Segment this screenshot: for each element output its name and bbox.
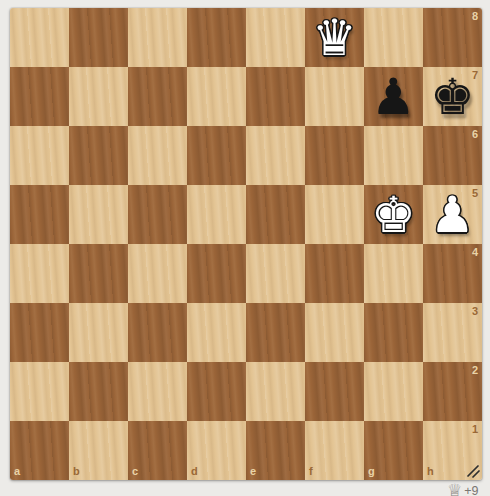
- square-f7[interactable]: [305, 67, 364, 126]
- square-e2[interactable]: [246, 362, 305, 421]
- square-b7[interactable]: [69, 67, 128, 126]
- page-background: ♛8♟7♚6♚5♟432abcdefgh1 ♕ +9: [0, 0, 490, 496]
- black-pawn[interactable]: ♟: [364, 67, 423, 126]
- square-d2[interactable]: [187, 362, 246, 421]
- file-label-h: h: [427, 466, 434, 477]
- square-a3[interactable]: [10, 303, 69, 362]
- file-label-g: g: [368, 466, 375, 477]
- square-b1[interactable]: b: [69, 421, 128, 480]
- rank-label-8: 8: [472, 11, 478, 22]
- square-e7[interactable]: [246, 67, 305, 126]
- chess-board: ♛8♟7♚6♚5♟432abcdefgh1: [10, 8, 482, 480]
- square-f6[interactable]: [305, 126, 364, 185]
- square-c5[interactable]: [128, 185, 187, 244]
- square-g4[interactable]: [364, 244, 423, 303]
- square-g8[interactable]: [364, 8, 423, 67]
- square-h6[interactable]: 6: [423, 126, 482, 185]
- square-d8[interactable]: [187, 8, 246, 67]
- file-label-a: a: [14, 466, 20, 477]
- square-d1[interactable]: d: [187, 421, 246, 480]
- square-b6[interactable]: [69, 126, 128, 185]
- square-h2[interactable]: 2: [423, 362, 482, 421]
- material-advantage-value: +9: [464, 481, 478, 496]
- square-b3[interactable]: [69, 303, 128, 362]
- square-e3[interactable]: [246, 303, 305, 362]
- file-label-c: c: [132, 466, 138, 477]
- square-f5[interactable]: [305, 185, 364, 244]
- rank-label-2: 2: [472, 365, 478, 376]
- square-a8[interactable]: [10, 8, 69, 67]
- square-a2[interactable]: [10, 362, 69, 421]
- square-c8[interactable]: [128, 8, 187, 67]
- file-label-f: f: [309, 466, 313, 477]
- square-a7[interactable]: [10, 67, 69, 126]
- rank-label-4: 4: [472, 247, 478, 258]
- white-queen[interactable]: ♛: [305, 8, 364, 67]
- square-f1[interactable]: f: [305, 421, 364, 480]
- file-label-d: d: [191, 466, 198, 477]
- square-c3[interactable]: [128, 303, 187, 362]
- square-a1[interactable]: a: [10, 421, 69, 480]
- rank-label-1: 1: [472, 424, 478, 435]
- square-b2[interactable]: [69, 362, 128, 421]
- square-a4[interactable]: [10, 244, 69, 303]
- square-g1[interactable]: g: [364, 421, 423, 480]
- file-label-e: e: [250, 466, 256, 477]
- square-f4[interactable]: [305, 244, 364, 303]
- file-label-b: b: [73, 466, 80, 477]
- square-g3[interactable]: [364, 303, 423, 362]
- square-e5[interactable]: [246, 185, 305, 244]
- square-d7[interactable]: [187, 67, 246, 126]
- black-king[interactable]: ♚: [423, 67, 482, 126]
- square-e4[interactable]: [246, 244, 305, 303]
- square-h8[interactable]: 8: [423, 8, 482, 67]
- square-h3[interactable]: 3: [423, 303, 482, 362]
- material-advantage: ♕ +9: [447, 481, 479, 496]
- square-c1[interactable]: c: [128, 421, 187, 480]
- square-h5[interactable]: 5♟: [423, 185, 482, 244]
- square-d3[interactable]: [187, 303, 246, 362]
- square-g5[interactable]: ♚: [364, 185, 423, 244]
- square-b8[interactable]: [69, 8, 128, 67]
- square-b5[interactable]: [69, 185, 128, 244]
- square-c2[interactable]: [128, 362, 187, 421]
- square-g2[interactable]: [364, 362, 423, 421]
- rank-label-6: 6: [472, 129, 478, 140]
- rank-label-3: 3: [472, 306, 478, 317]
- square-d5[interactable]: [187, 185, 246, 244]
- square-g7[interactable]: ♟: [364, 67, 423, 126]
- square-c4[interactable]: [128, 244, 187, 303]
- square-d4[interactable]: [187, 244, 246, 303]
- square-f3[interactable]: [305, 303, 364, 362]
- square-b4[interactable]: [69, 244, 128, 303]
- resize-handle-icon[interactable]: [466, 464, 480, 478]
- square-d6[interactable]: [187, 126, 246, 185]
- square-a5[interactable]: [10, 185, 69, 244]
- square-h7[interactable]: 7♚: [423, 67, 482, 126]
- queen-icon: ♕: [447, 481, 462, 496]
- square-h4[interactable]: 4: [423, 244, 482, 303]
- square-c6[interactable]: [128, 126, 187, 185]
- square-e6[interactable]: [246, 126, 305, 185]
- square-c7[interactable]: [128, 67, 187, 126]
- square-a6[interactable]: [10, 126, 69, 185]
- square-f8[interactable]: ♛: [305, 8, 364, 67]
- white-king[interactable]: ♚: [364, 185, 423, 244]
- square-e1[interactable]: e: [246, 421, 305, 480]
- square-g6[interactable]: [364, 126, 423, 185]
- square-e8[interactable]: [246, 8, 305, 67]
- white-pawn[interactable]: ♟: [423, 185, 482, 244]
- square-f2[interactable]: [305, 362, 364, 421]
